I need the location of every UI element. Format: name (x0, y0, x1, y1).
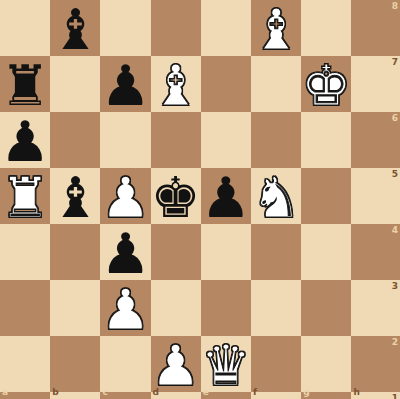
square-b5[interactable]: ♝ (50, 168, 100, 224)
square-h5[interactable]: 5 (351, 168, 400, 224)
square-a6[interactable]: ♟ (0, 112, 50, 168)
black-bishop[interactable]: ♝ (50, 170, 100, 226)
square-f5[interactable]: ♞ (251, 168, 301, 224)
square-e2[interactable]: ♛ (201, 336, 251, 392)
square-f7[interactable] (251, 56, 301, 112)
chess-board: ♝♝8♜♟♝♚7♟6♜♝♟♚♟♞5♟4♟3♟♛2abcdefg1h (0, 0, 400, 399)
square-g3[interactable] (301, 280, 351, 336)
square-h6[interactable]: 6 (351, 112, 400, 168)
white-pawn[interactable]: ♟ (100, 170, 150, 226)
square-e6[interactable] (201, 112, 251, 168)
square-b2[interactable] (50, 336, 100, 392)
file-label-d: d (153, 388, 159, 397)
square-b4[interactable] (50, 224, 100, 280)
square-d5[interactable]: ♚ (151, 168, 201, 224)
square-d2[interactable]: ♟ (151, 336, 201, 392)
square-g7[interactable]: ♚ (301, 56, 351, 112)
file-label-f: f (253, 388, 257, 397)
square-a1[interactable]: a (0, 392, 50, 399)
square-f8[interactable]: ♝ (251, 0, 301, 56)
square-g6[interactable] (301, 112, 351, 168)
square-h2[interactable]: 2 (351, 336, 400, 392)
rank-label-2: 2 (392, 338, 398, 347)
black-bishop[interactable]: ♝ (50, 2, 100, 58)
black-king[interactable]: ♚ (151, 170, 201, 226)
square-a5[interactable]: ♜ (0, 168, 50, 224)
black-pawn[interactable]: ♟ (100, 226, 150, 282)
square-g1[interactable]: g (301, 392, 351, 399)
square-c2[interactable] (100, 336, 150, 392)
square-c4[interactable]: ♟ (100, 224, 150, 280)
square-f6[interactable] (251, 112, 301, 168)
square-h1[interactable]: 1h (351, 392, 400, 399)
white-pawn[interactable]: ♟ (151, 338, 201, 394)
file-label-g: g (303, 388, 309, 397)
white-queen[interactable]: ♛ (201, 338, 251, 394)
square-h8[interactable]: 8 (351, 0, 400, 56)
white-bishop[interactable]: ♝ (251, 2, 301, 58)
file-label-b: b (52, 388, 58, 397)
square-c6[interactable] (100, 112, 150, 168)
square-f2[interactable] (251, 336, 301, 392)
square-f3[interactable] (251, 280, 301, 336)
white-king[interactable]: ♚ (301, 58, 351, 114)
rank-label-7: 7 (392, 58, 398, 67)
square-e8[interactable] (201, 0, 251, 56)
file-label-c: c (102, 388, 107, 397)
square-d6[interactable] (151, 112, 201, 168)
file-label-a: a (2, 388, 8, 397)
square-a2[interactable] (0, 336, 50, 392)
square-a8[interactable] (0, 0, 50, 56)
square-b7[interactable] (50, 56, 100, 112)
square-f1[interactable]: f (251, 392, 301, 399)
rank-label-3: 3 (392, 282, 398, 291)
square-b3[interactable] (50, 280, 100, 336)
white-rook[interactable]: ♜ (0, 170, 50, 226)
black-rook[interactable]: ♜ (0, 58, 50, 114)
square-c1[interactable]: c (100, 392, 150, 399)
square-d4[interactable] (151, 224, 201, 280)
square-b8[interactable]: ♝ (50, 0, 100, 56)
black-pawn[interactable]: ♟ (100, 58, 150, 114)
square-a4[interactable] (0, 224, 50, 280)
rank-label-1: 1 (392, 394, 398, 399)
square-c5[interactable]: ♟ (100, 168, 150, 224)
rank-label-5: 5 (392, 170, 398, 179)
file-label-h: h (353, 388, 359, 397)
square-a7[interactable]: ♜ (0, 56, 50, 112)
square-d7[interactable]: ♝ (151, 56, 201, 112)
square-g2[interactable] (301, 336, 351, 392)
rank-label-8: 8 (392, 2, 398, 11)
square-b1[interactable]: b (50, 392, 100, 399)
square-g8[interactable] (301, 0, 351, 56)
square-e3[interactable] (201, 280, 251, 336)
black-pawn[interactable]: ♟ (0, 114, 50, 170)
square-c7[interactable]: ♟ (100, 56, 150, 112)
square-e4[interactable] (201, 224, 251, 280)
square-d8[interactable] (151, 0, 201, 56)
rank-label-4: 4 (392, 226, 398, 235)
square-h4[interactable]: 4 (351, 224, 400, 280)
square-b6[interactable] (50, 112, 100, 168)
white-knight[interactable]: ♞ (251, 170, 301, 226)
square-h7[interactable]: 7 (351, 56, 400, 112)
rank-label-6: 6 (392, 114, 398, 123)
square-f4[interactable] (251, 224, 301, 280)
white-bishop[interactable]: ♝ (151, 58, 201, 114)
square-e7[interactable] (201, 56, 251, 112)
file-label-e: e (203, 388, 209, 397)
square-c8[interactable] (100, 0, 150, 56)
square-h3[interactable]: 3 (351, 280, 400, 336)
square-c3[interactable]: ♟ (100, 280, 150, 336)
square-g5[interactable] (301, 168, 351, 224)
black-pawn[interactable]: ♟ (201, 170, 251, 226)
square-a3[interactable] (0, 280, 50, 336)
square-g4[interactable] (301, 224, 351, 280)
white-pawn[interactable]: ♟ (100, 282, 150, 338)
square-d3[interactable] (151, 280, 201, 336)
square-e5[interactable]: ♟ (201, 168, 251, 224)
